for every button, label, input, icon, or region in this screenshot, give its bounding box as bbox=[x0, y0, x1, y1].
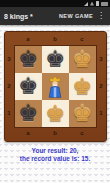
rank-label-3: 3 bbox=[5, 46, 14, 73]
app-title: 8 kings * bbox=[4, 13, 56, 20]
square-c3[interactable]: ♚ bbox=[69, 46, 96, 73]
overflow-menu-icon[interactable]: ⋮ bbox=[96, 12, 106, 20]
rank-label-1-right: 1 bbox=[97, 100, 106, 127]
file-label-b: b bbox=[42, 34, 69, 45]
white-king-c3: ♚ bbox=[69, 46, 96, 73]
file-label-a: a bbox=[15, 34, 42, 45]
file-label-c-bottom: c bbox=[69, 128, 96, 139]
result-line2: the record value is: 15. bbox=[0, 155, 110, 163]
square-c1[interactable]: ♚ bbox=[69, 100, 96, 127]
chess-board: a b c 3 2 1 ♚ ♚ ♚ ♚ bbox=[4, 31, 107, 142]
square-c2[interactable]: ♚ bbox=[69, 73, 96, 100]
rank-label-1: 1 bbox=[5, 100, 14, 127]
file-labels-bottom: a b c bbox=[15, 128, 96, 139]
result-text: Your result: 20, the record value is: 15… bbox=[0, 147, 110, 163]
white-king-b1: ♚ bbox=[42, 100, 69, 127]
rank-label-3-right: 3 bbox=[97, 46, 106, 73]
file-labels-top: a b c bbox=[15, 34, 96, 45]
square-a2[interactable]: ♚ bbox=[15, 73, 42, 100]
app-screen: 8 kings * NEW GAME ⋮ a b c 3 2 1 ♚ ♚ ♚ ♚ bbox=[0, 0, 110, 183]
square-a3[interactable]: ♚ bbox=[15, 46, 42, 73]
rank-labels-right: 3 2 1 bbox=[97, 46, 106, 127]
new-game-button[interactable]: NEW GAME bbox=[56, 11, 96, 21]
black-king-a2: ♚ bbox=[15, 73, 42, 100]
result-line1: Your result: 20, bbox=[0, 147, 110, 155]
white-king-c1: ♚ bbox=[69, 100, 96, 127]
black-king-a3: ♚ bbox=[15, 46, 42, 73]
toolbar: 8 kings * NEW GAME ⋮ bbox=[0, 7, 110, 25]
file-label-a-bottom: a bbox=[15, 128, 42, 139]
white-king-c2: ♚ bbox=[69, 73, 96, 100]
black-king-a1: ♚ bbox=[15, 100, 42, 127]
board-grid: ♚ ♚ ♚ ♚ ♚ ♚ ♚ ♚ bbox=[14, 45, 97, 128]
file-label-b-bottom: b bbox=[42, 128, 69, 139]
status-bar bbox=[0, 0, 110, 7]
rank-label-2-right: 2 bbox=[97, 73, 106, 100]
clock-icon bbox=[101, 2, 108, 6]
wifi-icon bbox=[90, 2, 94, 6]
file-label-c: c bbox=[69, 34, 96, 45]
battery-icon bbox=[96, 1, 99, 6]
signal-icon bbox=[84, 2, 88, 6]
crowned-king-figure bbox=[46, 75, 64, 99]
rank-labels-left: 3 2 1 bbox=[5, 46, 14, 127]
rank-label-2: 2 bbox=[5, 73, 14, 100]
square-b1[interactable]: ♚ bbox=[42, 100, 69, 127]
black-king-b3: ♚ bbox=[42, 46, 69, 73]
square-a1[interactable]: ♚ bbox=[15, 100, 42, 127]
square-b2[interactable] bbox=[42, 73, 69, 100]
square-b3[interactable]: ♚ bbox=[42, 46, 69, 73]
